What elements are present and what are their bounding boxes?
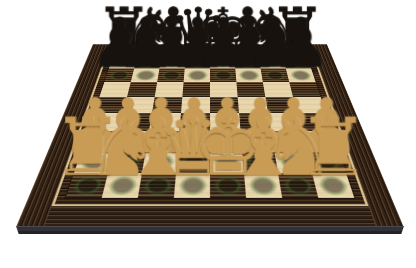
square-g8 [258,56,285,68]
square-e8 [210,56,235,68]
square-c8 [159,56,185,68]
square-d7 [184,68,210,82]
square-b7 [131,68,160,82]
board-edge [16,226,404,234]
square-e7 [210,68,236,82]
square-b8 [134,56,161,68]
square-f7 [235,68,263,82]
square-g7 [261,68,290,82]
square-h7 [286,68,316,82]
square-f8 [234,56,260,68]
white-rook-icon: ♜ [297,108,368,188]
square-a7 [104,68,134,82]
square-d8 [185,56,210,68]
product-photo: ♜♞♝♛♚♝♞♜♟♟♟♟♟♟♟♟♟♟♟♟♟♟♟♟♜♞♝♛♚♝♞♜ [0,0,416,268]
square-a8 [109,56,137,68]
square-h8 [283,56,311,68]
chess-board: ♜♞♝♛♚♝♞♜♟♟♟♟♟♟♟♟♟♟♟♟♟♟♟♟♜♞♝♛♚♝♞♜ [16,44,404,227]
square-c7 [157,68,185,82]
